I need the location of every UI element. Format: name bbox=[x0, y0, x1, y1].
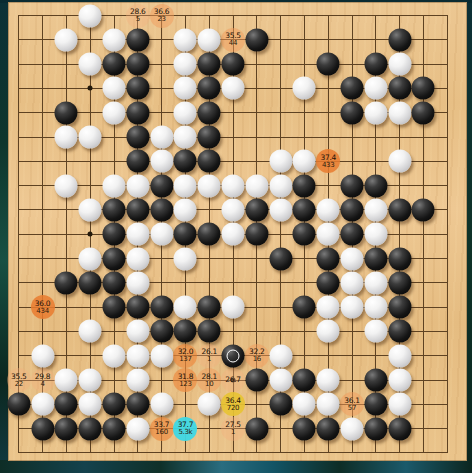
white-stone bbox=[317, 296, 340, 319]
white-stone bbox=[79, 53, 102, 76]
white-stone bbox=[126, 223, 149, 246]
white-stone bbox=[55, 28, 78, 51]
grid-line-vertical bbox=[447, 15, 448, 453]
white-stone bbox=[103, 28, 126, 51]
suggestion-visits: 160 bbox=[155, 429, 167, 436]
white-stone bbox=[126, 369, 149, 392]
last-move-marker bbox=[227, 349, 240, 362]
white-stone bbox=[317, 320, 340, 343]
star-point bbox=[88, 232, 93, 237]
white-stone bbox=[126, 320, 149, 343]
move-suggestion[interactable]: 29.84 bbox=[31, 368, 55, 392]
white-stone bbox=[150, 393, 173, 416]
move-suggestion[interactable]: 35.522 bbox=[7, 368, 31, 392]
white-stone bbox=[174, 101, 197, 124]
white-stone bbox=[317, 223, 340, 246]
white-stone bbox=[388, 344, 411, 367]
white-stone bbox=[317, 369, 340, 392]
black-stone bbox=[7, 393, 30, 416]
black-stone bbox=[317, 53, 340, 76]
black-stone bbox=[293, 369, 316, 392]
white-stone bbox=[341, 417, 364, 440]
suggestion-visits: 23 bbox=[157, 16, 165, 23]
white-stone bbox=[79, 247, 102, 270]
white-stone bbox=[388, 369, 411, 392]
black-stone bbox=[103, 271, 126, 294]
black-stone bbox=[126, 198, 149, 221]
black-stone bbox=[198, 126, 221, 149]
white-stone bbox=[174, 53, 197, 76]
white-stone bbox=[174, 296, 197, 319]
black-stone bbox=[55, 101, 78, 124]
black-stone bbox=[103, 223, 126, 246]
white-stone bbox=[341, 271, 364, 294]
move-suggestion[interactable]: 32.0137 bbox=[173, 344, 197, 368]
white-stone bbox=[79, 369, 102, 392]
white-stone bbox=[364, 198, 387, 221]
white-stone bbox=[388, 150, 411, 173]
black-stone bbox=[388, 28, 411, 51]
black-stone bbox=[126, 150, 149, 173]
black-stone bbox=[341, 77, 364, 100]
black-stone bbox=[198, 320, 221, 343]
white-stone bbox=[222, 223, 245, 246]
black-stone bbox=[412, 77, 435, 100]
black-stone bbox=[198, 101, 221, 124]
white-stone bbox=[126, 247, 149, 270]
black-stone bbox=[388, 296, 411, 319]
white-stone bbox=[31, 344, 54, 367]
black-stone bbox=[126, 28, 149, 51]
black-stone bbox=[174, 150, 197, 173]
move-suggestion[interactable]: 28.110 bbox=[197, 368, 221, 392]
white-stone bbox=[126, 417, 149, 440]
black-stone bbox=[317, 271, 340, 294]
black-stone bbox=[388, 247, 411, 270]
black-stone bbox=[103, 393, 126, 416]
suggestion-visits: 123 bbox=[179, 381, 191, 388]
black-stone bbox=[126, 77, 149, 100]
white-stone bbox=[103, 344, 126, 367]
move-suggestion[interactable]: 26.7 bbox=[221, 368, 245, 392]
white-stone bbox=[55, 126, 78, 149]
suggestion-visits: 10 bbox=[205, 381, 213, 388]
white-stone bbox=[388, 101, 411, 124]
white-stone bbox=[79, 393, 102, 416]
black-stone bbox=[55, 393, 78, 416]
white-stone bbox=[293, 150, 316, 173]
white-stone bbox=[317, 393, 340, 416]
black-stone bbox=[126, 296, 149, 319]
white-stone bbox=[269, 344, 292, 367]
black-stone bbox=[55, 417, 78, 440]
black-stone bbox=[150, 198, 173, 221]
white-stone bbox=[317, 198, 340, 221]
black-stone bbox=[293, 296, 316, 319]
suggestion-visits: 5 bbox=[136, 16, 140, 23]
white-stone bbox=[103, 101, 126, 124]
white-stone bbox=[222, 174, 245, 197]
star-point bbox=[88, 86, 93, 91]
white-stone bbox=[103, 77, 126, 100]
black-stone bbox=[245, 417, 268, 440]
white-stone bbox=[174, 198, 197, 221]
black-stone bbox=[245, 198, 268, 221]
white-stone bbox=[174, 28, 197, 51]
app-background-bottom bbox=[0, 460, 472, 473]
white-stone bbox=[364, 223, 387, 246]
move-suggestion[interactable]: 28.65 bbox=[126, 4, 150, 28]
move-suggestion[interactable]: 31.8123 bbox=[173, 368, 197, 392]
white-stone bbox=[364, 320, 387, 343]
move-suggestion[interactable]: 33.7160 bbox=[150, 417, 174, 441]
black-stone bbox=[269, 393, 292, 416]
black-stone bbox=[126, 126, 149, 149]
black-stone bbox=[364, 53, 387, 76]
black-stone bbox=[317, 417, 340, 440]
suggestion-winrate: 26.7 bbox=[225, 376, 241, 384]
white-stone bbox=[126, 271, 149, 294]
black-stone bbox=[174, 320, 197, 343]
black-stone bbox=[103, 53, 126, 76]
white-stone bbox=[341, 296, 364, 319]
white-stone bbox=[198, 393, 221, 416]
white-stone bbox=[388, 393, 411, 416]
black-stone bbox=[364, 247, 387, 270]
suggestion-visits: 16 bbox=[253, 356, 261, 363]
black-stone bbox=[198, 150, 221, 173]
black-stone bbox=[55, 271, 78, 294]
white-stone bbox=[269, 198, 292, 221]
black-stone bbox=[198, 223, 221, 246]
black-stone bbox=[293, 174, 316, 197]
suggestion-visits: 137 bbox=[179, 356, 191, 363]
move-suggestion[interactable]: 32.216 bbox=[245, 344, 269, 368]
white-stone bbox=[293, 393, 316, 416]
suggestion-visits: 434 bbox=[36, 308, 48, 315]
white-stone bbox=[79, 320, 102, 343]
white-stone bbox=[150, 150, 173, 173]
black-stone bbox=[364, 174, 387, 197]
white-stone bbox=[150, 344, 173, 367]
white-stone bbox=[222, 198, 245, 221]
white-stone bbox=[55, 369, 78, 392]
black-stone bbox=[341, 223, 364, 246]
white-stone bbox=[79, 198, 102, 221]
white-stone bbox=[174, 126, 197, 149]
black-stone bbox=[103, 247, 126, 270]
white-stone bbox=[364, 296, 387, 319]
white-stone bbox=[364, 101, 387, 124]
black-stone bbox=[341, 174, 364, 197]
white-stone bbox=[364, 77, 387, 100]
black-stone bbox=[222, 53, 245, 76]
white-stone bbox=[364, 271, 387, 294]
white-stone bbox=[79, 126, 102, 149]
suggestion-visits: 1 bbox=[207, 356, 211, 363]
black-stone bbox=[293, 223, 316, 246]
white-stone bbox=[150, 223, 173, 246]
black-stone bbox=[79, 271, 102, 294]
white-stone bbox=[174, 174, 197, 197]
move-suggestion[interactable]: 35.544 bbox=[221, 28, 245, 52]
white-stone bbox=[79, 4, 102, 27]
go-board[interactable]: 28.6536.62335.54437.443336.043432.013726… bbox=[8, 2, 467, 461]
suggestion-visits: 22 bbox=[15, 381, 23, 388]
white-stone bbox=[222, 77, 245, 100]
black-stone bbox=[126, 101, 149, 124]
suggestion-visits: 44 bbox=[229, 40, 237, 47]
white-stone bbox=[222, 296, 245, 319]
black-stone bbox=[364, 369, 387, 392]
black-stone bbox=[341, 198, 364, 221]
black-stone bbox=[103, 198, 126, 221]
move-suggestion[interactable]: 37.75.3k bbox=[173, 417, 197, 441]
black-stone bbox=[150, 296, 173, 319]
black-stone bbox=[198, 77, 221, 100]
black-stone bbox=[126, 53, 149, 76]
white-stone bbox=[269, 150, 292, 173]
black-stone bbox=[388, 77, 411, 100]
black-stone bbox=[198, 53, 221, 76]
move-suggestion[interactable]: 37.4433 bbox=[316, 149, 340, 173]
white-stone bbox=[55, 174, 78, 197]
move-suggestion[interactable]: 36.0434 bbox=[31, 295, 55, 319]
black-stone bbox=[317, 247, 340, 270]
white-stone bbox=[31, 393, 54, 416]
black-stone bbox=[103, 417, 126, 440]
white-stone bbox=[174, 247, 197, 270]
go-app-window: 28.6536.62335.54437.443336.043432.013726… bbox=[0, 0, 472, 473]
black-stone bbox=[388, 417, 411, 440]
black-stone bbox=[174, 223, 197, 246]
white-stone bbox=[341, 247, 364, 270]
black-stone bbox=[126, 393, 149, 416]
move-suggestion[interactable]: 26.11 bbox=[197, 344, 221, 368]
black-stone bbox=[293, 198, 316, 221]
white-stone bbox=[198, 174, 221, 197]
black-stone bbox=[103, 296, 126, 319]
black-stone bbox=[364, 417, 387, 440]
suggestion-visits: 433 bbox=[322, 162, 334, 169]
suggestion-visits: 720 bbox=[227, 405, 239, 412]
black-stone bbox=[245, 28, 268, 51]
black-stone bbox=[245, 369, 268, 392]
black-stone bbox=[198, 296, 221, 319]
move-suggestion[interactable]: 36.4720 bbox=[221, 392, 245, 416]
white-stone bbox=[293, 77, 316, 100]
white-stone bbox=[245, 174, 268, 197]
black-stone bbox=[388, 198, 411, 221]
black-stone bbox=[31, 417, 54, 440]
black-stone bbox=[388, 271, 411, 294]
suggestion-visits: 1 bbox=[231, 429, 235, 436]
black-stone bbox=[150, 320, 173, 343]
suggestion-visits: 5.3k bbox=[178, 429, 192, 436]
white-stone bbox=[269, 369, 292, 392]
black-stone bbox=[79, 417, 102, 440]
white-stone bbox=[126, 344, 149, 367]
white-stone bbox=[269, 174, 292, 197]
white-stone bbox=[174, 77, 197, 100]
black-stone bbox=[412, 198, 435, 221]
suggestion-visits: 57 bbox=[348, 405, 356, 412]
move-suggestion[interactable]: 36.157 bbox=[340, 392, 364, 416]
black-stone bbox=[341, 101, 364, 124]
black-stone bbox=[245, 223, 268, 246]
white-stone bbox=[103, 174, 126, 197]
move-suggestion[interactable]: 27.51 bbox=[221, 417, 245, 441]
black-stone bbox=[388, 320, 411, 343]
white-stone bbox=[150, 126, 173, 149]
black-stone bbox=[412, 101, 435, 124]
white-stone bbox=[388, 53, 411, 76]
black-stone bbox=[293, 417, 316, 440]
black-stone bbox=[150, 174, 173, 197]
white-stone bbox=[126, 174, 149, 197]
grid-line-horizontal bbox=[18, 452, 447, 453]
move-suggestion[interactable]: 36.623 bbox=[150, 4, 174, 28]
white-stone bbox=[198, 28, 221, 51]
black-stone bbox=[269, 247, 292, 270]
suggestion-visits: 4 bbox=[41, 381, 45, 388]
black-stone bbox=[364, 393, 387, 416]
